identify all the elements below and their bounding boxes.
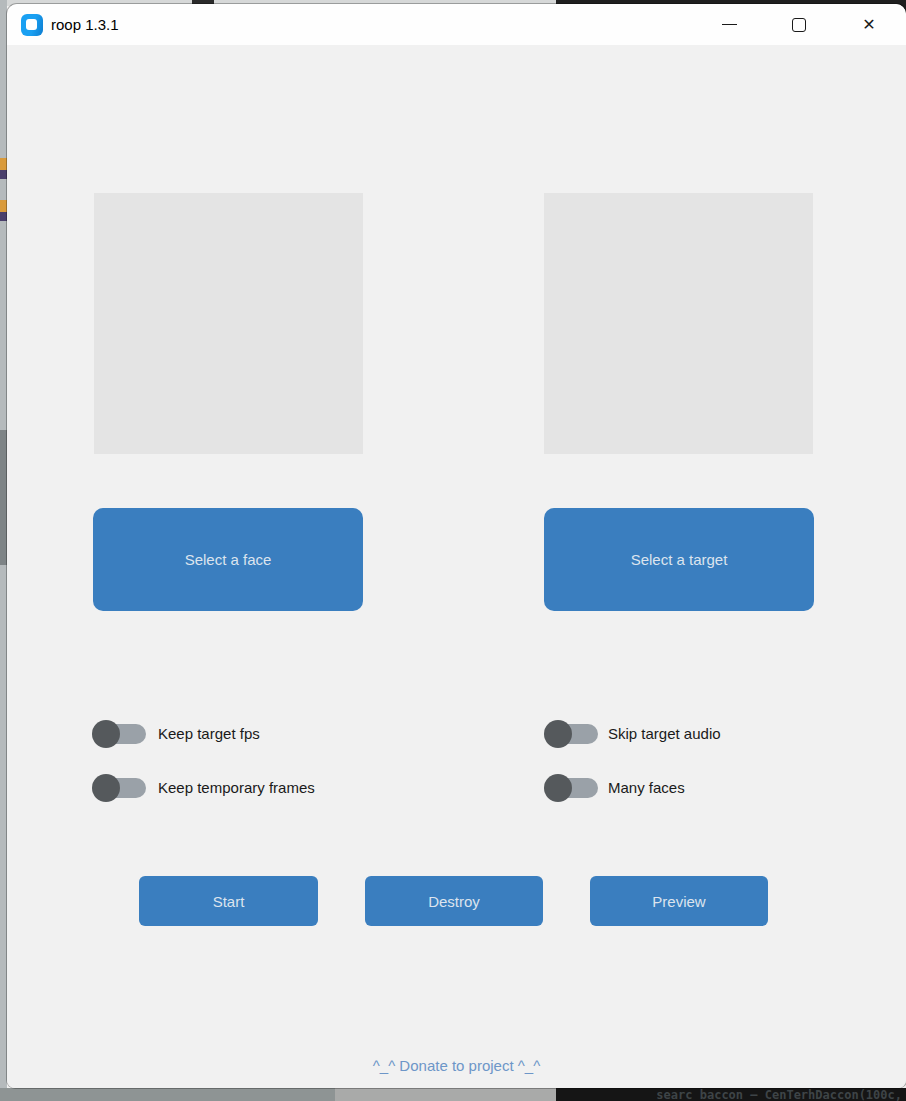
window-title: roop 1.3.1 <box>51 16 119 33</box>
close-button[interactable]: ✕ <box>846 4 892 45</box>
app-icon-hole <box>26 19 37 30</box>
switch-knob <box>544 720 572 748</box>
background-icon-fragment <box>0 170 7 179</box>
app-icon <box>21 14 43 36</box>
titlebar[interactable]: roop 1.3.1 ✕ <box>7 4 906 45</box>
switch-knob <box>92 720 120 748</box>
background-icon-fragment <box>0 158 7 170</box>
background-icon-fragment <box>0 200 7 212</box>
many-faces-label: Many faces <box>608 779 685 797</box>
switch-knob <box>92 774 120 802</box>
start-button[interactable]: Start <box>139 876 318 926</box>
preview-button[interactable]: Preview <box>590 876 768 926</box>
keep-target-fps-switch[interactable] <box>92 720 148 748</box>
skip-target-audio-label: Skip target audio <box>608 725 721 743</box>
background-left-dark-segment <box>0 430 7 565</box>
close-icon: ✕ <box>862 17 875 33</box>
minimize-button[interactable] <box>706 4 752 45</box>
donate-link[interactable]: ^_^ Donate to project ^_^ <box>7 1057 906 1074</box>
skip-target-audio-switch[interactable] <box>544 720 600 748</box>
background-bottom-strip-left <box>0 1088 335 1101</box>
caption-controls: ✕ <box>706 4 892 45</box>
background-icon-fragment <box>0 212 7 221</box>
screen: searc_baccon — CenTerhDaccon(100c, roop … <box>0 0 906 1101</box>
background-taskbar-text: searc_baccon — CenTerhDaccon(100c, <box>556 1088 906 1101</box>
background-bottom-strip-mid <box>335 1088 556 1101</box>
keep-temporary-frames-switch[interactable] <box>92 774 148 802</box>
switch-knob <box>544 774 572 802</box>
keep-temporary-frames-label: Keep temporary frames <box>158 779 315 797</box>
minimize-icon <box>722 24 737 26</box>
window-content: Select a face Select a target Keep targe… <box>7 45 906 1088</box>
keep-target-fps-label: Keep target fps <box>158 725 260 743</box>
maximize-button[interactable] <box>776 4 822 45</box>
destroy-button[interactable]: Destroy <box>365 876 543 926</box>
many-faces-switch[interactable] <box>544 774 600 802</box>
maximize-icon <box>792 18 806 32</box>
roop-window: roop 1.3.1 ✕ Select a face Select a targ… <box>7 4 906 1088</box>
source-image-placeholder <box>94 193 363 454</box>
select-target-button[interactable]: Select a target <box>544 508 814 611</box>
target-image-placeholder <box>544 193 813 454</box>
select-face-button[interactable]: Select a face <box>93 508 363 611</box>
